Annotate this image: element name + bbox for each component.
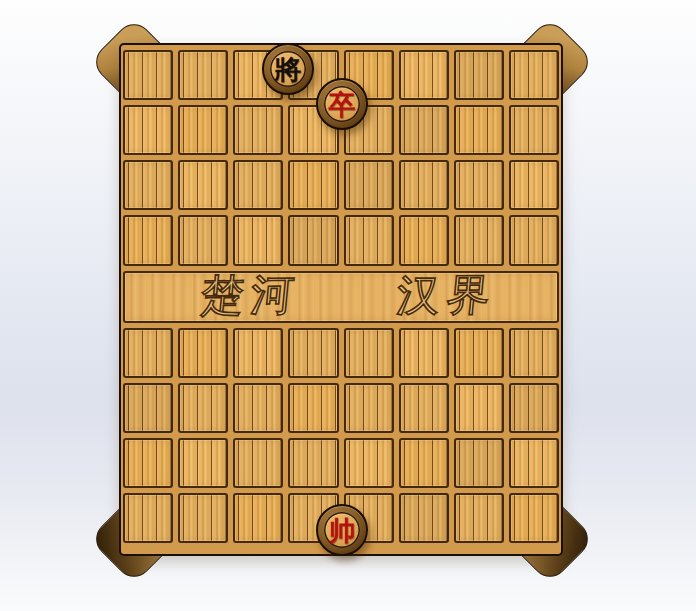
board-cell (399, 438, 449, 488)
board-cell (288, 215, 338, 265)
board-cell (454, 50, 504, 100)
board-cell (399, 383, 449, 433)
board-cell (509, 328, 559, 378)
board-cell (123, 493, 173, 543)
board-cell (399, 105, 449, 155)
board-cell (509, 438, 559, 488)
piece-glyph: 卒 (318, 80, 366, 128)
board-cell (344, 383, 394, 433)
board-cell (509, 105, 559, 155)
board-cell (178, 328, 228, 378)
board-cell (233, 383, 283, 433)
piece-red-soldier[interactable]: 卒 (316, 78, 368, 130)
board-cell (178, 50, 228, 100)
board-cell (233, 493, 283, 543)
board-cell (123, 215, 173, 265)
board-cell (178, 493, 228, 543)
board-cell (399, 50, 449, 100)
board-cell (399, 493, 449, 543)
piece-black-general[interactable]: 將 (262, 43, 314, 95)
board-cell (454, 383, 504, 433)
board-cell (123, 160, 173, 210)
board-cell (123, 105, 173, 155)
board-cell (344, 160, 394, 210)
river-band: 楚河汉界 (123, 271, 559, 323)
board-cell (399, 215, 449, 265)
board-cell (288, 160, 338, 210)
board-cell (509, 383, 559, 433)
board-cell (454, 160, 504, 210)
board-cell (178, 105, 228, 155)
board-cell (178, 383, 228, 433)
board-cell (178, 160, 228, 210)
board-cell (509, 50, 559, 100)
board-cell (399, 328, 449, 378)
board-cell (123, 328, 173, 378)
board-cell (233, 215, 283, 265)
board-cell (344, 438, 394, 488)
board-cell (509, 215, 559, 265)
viewport-stage[interactable]: 楚河汉界 將卒帅 (0, 0, 696, 611)
board-cell (344, 328, 394, 378)
board-cell (233, 160, 283, 210)
board-cell (178, 215, 228, 265)
board-cell (454, 438, 504, 488)
piece-red-general[interactable]: 帅 (316, 504, 368, 556)
board-cell (399, 160, 449, 210)
board-cell (454, 328, 504, 378)
piece-glyph: 將 (264, 45, 312, 93)
board-cell (233, 438, 283, 488)
board-cell (288, 438, 338, 488)
board-cell (123, 438, 173, 488)
board-cell (288, 328, 338, 378)
board-cell (233, 328, 283, 378)
board-cell (123, 383, 173, 433)
board-cell (509, 160, 559, 210)
board-cell (454, 105, 504, 155)
board-cell (344, 215, 394, 265)
board-cell (233, 105, 283, 155)
river-label-right: 汉界 (395, 273, 499, 317)
board-cell (123, 50, 173, 100)
piece-glyph: 帅 (318, 506, 366, 554)
board-cell (288, 383, 338, 433)
river-label-left: 楚河 (198, 273, 302, 317)
board-cell (178, 438, 228, 488)
board-cell (454, 215, 504, 265)
board-cell (454, 493, 504, 543)
board-cell (509, 493, 559, 543)
